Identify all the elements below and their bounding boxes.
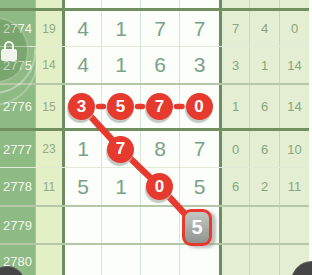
- main-digit-cell: 7: [179, 11, 219, 46]
- stat-cell: 4: [249, 11, 279, 46]
- main-digit-cell: [62, 0, 101, 8]
- stat-cell: [279, 0, 309, 8]
- trend-circle-7: 7: [107, 136, 134, 163]
- main-digit-cell: [140, 245, 179, 275]
- trend-circle-3: 3: [68, 93, 95, 120]
- main-digit-cell: [101, 245, 140, 275]
- stat-cell: 7: [219, 11, 249, 46]
- stat-cell: 11: [279, 168, 309, 205]
- main-digit-cell: [140, 0, 179, 8]
- stat-cell: [219, 0, 249, 8]
- main-digit-cell: 1: [101, 47, 140, 83]
- lock-icon: [1, 41, 17, 61]
- issue-number-cell: 2776: [0, 85, 35, 128]
- stat-cell: 14: [279, 85, 309, 128]
- main-digit-cell: [179, 245, 219, 275]
- main-digit-cell: 5: [62, 168, 101, 205]
- stat-cell: 0: [279, 11, 309, 46]
- stat-cell: [219, 245, 249, 275]
- main-digit-cell: 1: [62, 131, 101, 167]
- lock-body: [1, 49, 17, 61]
- stat-cell: 6: [219, 168, 249, 205]
- main-digit-cell: [62, 207, 101, 243]
- main-digit-cell: [101, 0, 140, 8]
- sum-value-cell: [35, 207, 62, 243]
- draw-row-2777: 2777231870610: [0, 128, 309, 167]
- stat-cell: 1: [219, 85, 249, 128]
- stat-cell: 6: [249, 131, 279, 167]
- trend-circle-0: 0: [186, 93, 213, 120]
- stat-cell: 14: [279, 47, 309, 83]
- draw-row-2775: 27751441633114: [0, 46, 309, 83]
- issue-number-cell: [0, 0, 35, 8]
- draw-row-2780: 2780: [0, 243, 309, 275]
- main-digit-cell: 8: [140, 131, 179, 167]
- main-digit-cell: 4: [62, 11, 101, 46]
- main-digit-cell: [140, 207, 179, 243]
- stat-cell: 6: [249, 85, 279, 128]
- main-digit-cell: 4: [62, 47, 101, 83]
- issue-number-cell: 2779: [0, 207, 35, 243]
- stat-cell: [249, 245, 279, 275]
- main-digit-cell: 1: [101, 168, 140, 205]
- sum-value-cell: 15: [35, 85, 62, 128]
- main-digit-cell: 7: [179, 131, 219, 167]
- main-digit-cell: [62, 245, 101, 275]
- trend-circle-7: 7: [146, 93, 173, 120]
- screen-right-edge: [309, 0, 312, 275]
- issue-number-cell: 2778: [0, 168, 35, 205]
- main-digit-cell: [179, 0, 219, 8]
- stat-cell: [249, 0, 279, 8]
- stat-cell: 1: [249, 47, 279, 83]
- main-digit-cell: 6: [140, 47, 179, 83]
- trend-chart-screen: 2774194177740277514416331142776151614277…: [0, 0, 312, 275]
- main-digit-cell: 3: [179, 47, 219, 83]
- stat-cell: 2: [249, 168, 279, 205]
- sum-value-cell: 11: [35, 168, 62, 205]
- stat-cell: 10: [279, 131, 309, 167]
- trend-badge-5: 5: [182, 209, 212, 246]
- sum-value-cell: [35, 0, 62, 8]
- sum-value-cell: 19: [35, 11, 62, 46]
- trend-circle-0: 0: [146, 173, 173, 200]
- sum-value-cell: [35, 245, 62, 275]
- stat-cell: [279, 207, 309, 243]
- stat-cell: [219, 207, 249, 243]
- main-digit-cell: 5: [179, 168, 219, 205]
- main-digit-cell: 7: [140, 11, 179, 46]
- trend-table: 2774194177740277514416331142776151614277…: [0, 0, 309, 275]
- draw-row-partial-0: [0, 0, 309, 8]
- stat-cell: 3: [219, 47, 249, 83]
- main-digit-cell: 1: [101, 11, 140, 46]
- draw-row-2779: 2779: [0, 205, 309, 243]
- trend-circle-5: 5: [107, 93, 134, 120]
- sum-value-cell: 14: [35, 47, 62, 83]
- main-digit-cell: [101, 207, 140, 243]
- issue-number-cell: 2777: [0, 131, 35, 167]
- stat-cell: 0: [219, 131, 249, 167]
- draw-row-2774: 2774194177740: [0, 8, 309, 46]
- stat-cell: [249, 207, 279, 243]
- sum-value-cell: 23: [35, 131, 62, 167]
